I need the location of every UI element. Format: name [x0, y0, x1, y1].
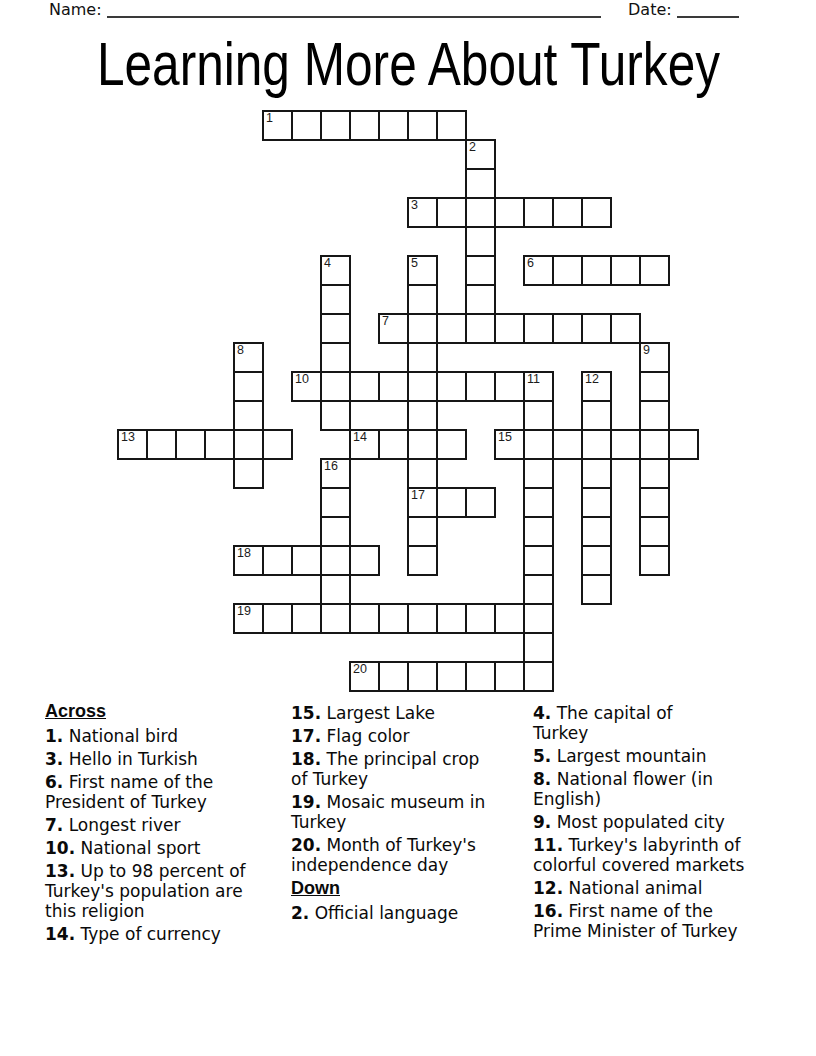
cell-r11c5[interactable]	[262, 429, 293, 460]
clue-number-5: 5	[411, 257, 418, 270]
clue-across-15: 15. Largest Lake	[291, 703, 489, 723]
cell-r11c17[interactable]	[610, 429, 641, 460]
cell-r10c16[interactable]	[581, 400, 612, 431]
cell-r8c18[interactable]: 9	[639, 342, 670, 373]
clue-number-3: 3	[411, 199, 418, 212]
cell-r17c8[interactable]	[349, 603, 380, 634]
cell-r15c5[interactable]	[262, 545, 293, 576]
clue-down-11: 11. Turkey's labyrinth ofcolorful covere…	[533, 835, 745, 875]
cell-r17c10[interactable]	[407, 603, 438, 634]
cell-r5c7[interactable]: 4	[320, 255, 351, 286]
cell-r0c6[interactable]	[291, 110, 322, 141]
cell-r11c13[interactable]: 15	[494, 429, 525, 460]
cell-r6c10[interactable]	[407, 284, 438, 315]
cell-r9c12[interactable]	[465, 371, 496, 402]
cell-r13c12[interactable]	[465, 487, 496, 518]
clue-number-11: 11	[527, 373, 540, 386]
cell-r0c5[interactable]: 1	[262, 110, 293, 141]
cell-r17c9[interactable]	[378, 603, 409, 634]
clue-number-19: 19	[237, 605, 251, 618]
across-heading: Across	[45, 701, 270, 722]
clues-column-3: 4. The capital ofTurkey5. Largest mounta…	[533, 703, 745, 944]
clue-number-14: 14	[353, 431, 367, 444]
cell-r18c14[interactable]	[523, 632, 554, 663]
cell-r17c14[interactable]	[523, 603, 554, 634]
cell-r0c9[interactable]	[378, 110, 409, 141]
cell-r17c7[interactable]	[320, 603, 351, 634]
cell-r13c10[interactable]: 17	[407, 487, 438, 518]
clue-down-12: 12. National animal	[533, 878, 745, 898]
cell-r12c7[interactable]: 16	[320, 458, 351, 489]
clue-across-17: 17. Flag color	[291, 726, 489, 746]
cell-r7c15[interactable]	[552, 313, 583, 344]
clue-down-9: 9. Most populated city	[533, 812, 745, 832]
cell-r15c16[interactable]	[581, 545, 612, 576]
cell-r11c0[interactable]: 13	[117, 429, 148, 460]
cell-r9c11[interactable]	[436, 371, 467, 402]
cell-r7c10[interactable]	[407, 313, 438, 344]
cell-r3c16[interactable]	[581, 197, 612, 228]
cell-r11c15[interactable]	[552, 429, 583, 460]
clue-across-19: 19. Mosaic museum inTurkey	[291, 792, 489, 832]
clue-number-4: 4	[324, 257, 331, 270]
cell-r11c10[interactable]	[407, 429, 438, 460]
cell-r8c4[interactable]: 8	[233, 342, 264, 373]
clue-across-20: 20. Month of Turkey'sindependence day	[291, 835, 489, 875]
clue-down-2: 2. Official language	[291, 903, 489, 923]
cell-r15c8[interactable]	[349, 545, 380, 576]
cell-r8c7[interactable]	[320, 342, 351, 373]
cell-r9c16[interactable]: 12	[581, 371, 612, 402]
cell-r11c9[interactable]	[378, 429, 409, 460]
cell-r9c8[interactable]	[349, 371, 380, 402]
clue-number-1: 1	[266, 112, 273, 125]
cell-r10c4[interactable]	[233, 400, 264, 431]
clue-number-2: 2	[469, 141, 476, 154]
cell-r8c10[interactable]	[407, 342, 438, 373]
cell-r17c11[interactable]	[436, 603, 467, 634]
cell-r7c9[interactable]: 7	[378, 313, 409, 344]
cell-r15c4[interactable]: 18	[233, 545, 264, 576]
clues-column-2: 15. Largest Lake17. Flag color18. The pr…	[291, 703, 489, 926]
cell-r19c11[interactable]	[436, 661, 467, 692]
clue-number-9: 9	[643, 344, 650, 357]
cell-r17c6[interactable]	[291, 603, 322, 634]
cell-r2c12[interactable]	[465, 168, 496, 199]
cell-r3c15[interactable]	[552, 197, 583, 228]
cell-r5c10[interactable]: 5	[407, 255, 438, 286]
cell-r14c14[interactable]	[523, 516, 554, 547]
clue-number-7: 7	[382, 315, 389, 328]
cell-r15c10[interactable]	[407, 545, 438, 576]
cell-r10c10[interactable]	[407, 400, 438, 431]
cell-r19c12[interactable]	[465, 661, 496, 692]
cell-r3c12[interactable]	[465, 197, 496, 228]
cell-r5c14[interactable]: 6	[523, 255, 554, 286]
cell-r19c8[interactable]: 20	[349, 661, 380, 692]
cell-r12c14[interactable]	[523, 458, 554, 489]
clue-across-1: 1. National bird	[45, 726, 270, 746]
cell-r9c10[interactable]	[407, 371, 438, 402]
cell-r11c4[interactable]	[233, 429, 264, 460]
cell-r19c13[interactable]	[494, 661, 525, 692]
cell-r9c9[interactable]	[378, 371, 409, 402]
cell-r13c18[interactable]	[639, 487, 670, 518]
cell-r7c17[interactable]	[610, 313, 641, 344]
cell-r14c10[interactable]	[407, 516, 438, 547]
clue-down-16: 16. First name of thePrime Minister of T…	[533, 901, 745, 941]
cell-r11c2[interactable]	[175, 429, 206, 460]
cell-r15c18[interactable]	[639, 545, 670, 576]
cell-r1c12[interactable]: 2	[465, 139, 496, 170]
cell-r11c11[interactable]	[436, 429, 467, 460]
cell-r11c3[interactable]	[204, 429, 235, 460]
clue-number-20: 20	[353, 663, 367, 676]
cell-r7c14[interactable]	[523, 313, 554, 344]
cell-r5c18[interactable]	[639, 255, 670, 286]
cell-r13c7[interactable]	[320, 487, 351, 518]
clue-number-18: 18	[237, 547, 251, 560]
cell-r9c7[interactable]	[320, 371, 351, 402]
clue-number-8: 8	[237, 344, 244, 357]
clue-across-14: 14. Type of currency	[45, 924, 270, 944]
cell-r17c12[interactable]	[465, 603, 496, 634]
cell-r7c16[interactable]	[581, 313, 612, 344]
cell-r17c4[interactable]: 19	[233, 603, 264, 634]
cell-r0c8[interactable]	[349, 110, 380, 141]
cell-r10c14[interactable]	[523, 400, 554, 431]
cell-r11c16[interactable]	[581, 429, 612, 460]
cell-r6c7[interactable]	[320, 284, 351, 315]
cell-r9c18[interactable]	[639, 371, 670, 402]
cell-r11c19[interactable]	[668, 429, 699, 460]
cell-r3c13[interactable]	[494, 197, 525, 228]
cell-r14c7[interactable]	[320, 516, 351, 547]
clue-number-12: 12	[585, 373, 599, 386]
cell-r7c7[interactable]	[320, 313, 351, 344]
clue-number-16: 16	[324, 460, 338, 473]
clue-across-6: 6. First name of thePresident of Turkey	[45, 772, 270, 812]
cell-r5c16[interactable]	[581, 255, 612, 286]
cell-r9c13[interactable]	[494, 371, 525, 402]
clue-down-8: 8. National flower (inEnglish)	[533, 769, 745, 809]
cell-r13c14[interactable]	[523, 487, 554, 518]
down-heading: Down	[291, 878, 489, 899]
clue-across-10: 10. National sport	[45, 838, 270, 858]
cell-r12c10[interactable]	[407, 458, 438, 489]
clue-number-15: 15	[498, 431, 512, 444]
cell-r19c9[interactable]	[378, 661, 409, 692]
cell-r12c16[interactable]	[581, 458, 612, 489]
clue-across-18: 18. The principal cropof Turkey	[291, 749, 489, 789]
cell-r12c18[interactable]	[639, 458, 670, 489]
clue-down-4: 4. The capital ofTurkey	[533, 703, 745, 743]
clues-column-1: Across1. National bird3. Hello in Turkis…	[45, 701, 270, 947]
cell-r9c14[interactable]: 11	[523, 371, 554, 402]
cell-r5c17[interactable]	[610, 255, 641, 286]
cell-r11c8[interactable]: 14	[349, 429, 380, 460]
crossword-worksheet: Name: Date: Learning More About Turkey 1…	[0, 0, 816, 1056]
cell-r3c14[interactable]	[523, 197, 554, 228]
cell-r13c16[interactable]	[581, 487, 612, 518]
cell-r12c4[interactable]	[233, 458, 264, 489]
cell-r17c13[interactable]	[494, 603, 525, 634]
cell-r10c18[interactable]	[639, 400, 670, 431]
clue-number-6: 6	[527, 257, 534, 270]
cell-r5c15[interactable]	[552, 255, 583, 286]
cell-r15c14[interactable]	[523, 545, 554, 576]
cell-r16c14[interactable]	[523, 574, 554, 605]
cell-r10c7[interactable]	[320, 400, 351, 431]
cell-r3c10[interactable]: 3	[407, 197, 438, 228]
clue-across-13: 13. Up to 98 percent ofTurkey's populati…	[45, 861, 270, 921]
cell-r14c18[interactable]	[639, 516, 670, 547]
cell-r9c4[interactable]	[233, 371, 264, 402]
cell-r0c7[interactable]	[320, 110, 351, 141]
clue-number-10: 10	[295, 373, 309, 386]
cell-r7c13[interactable]	[494, 313, 525, 344]
cell-r16c7[interactable]	[320, 574, 351, 605]
cell-r14c16[interactable]	[581, 516, 612, 547]
cell-r13c11[interactable]	[436, 487, 467, 518]
crossword-board: 1234567891011121314151617181920	[0, 0, 816, 700]
clue-number-17: 17	[411, 489, 425, 502]
cell-r16c16[interactable]	[581, 574, 612, 605]
cell-r0c11[interactable]	[436, 110, 467, 141]
cell-r0c10[interactable]	[407, 110, 438, 141]
clue-down-5: 5. Largest mountain	[533, 746, 745, 766]
cell-r5c12[interactable]	[465, 255, 496, 286]
cell-r4c12[interactable]	[465, 226, 496, 257]
cell-r7c11[interactable]	[436, 313, 467, 344]
cell-r11c18[interactable]	[639, 429, 670, 460]
cell-r11c1[interactable]	[146, 429, 177, 460]
cell-r17c5[interactable]	[262, 603, 293, 634]
cell-r15c6[interactable]	[291, 545, 322, 576]
cell-r6c12[interactable]	[465, 284, 496, 315]
cell-r3c11[interactable]	[436, 197, 467, 228]
cell-r19c10[interactable]	[407, 661, 438, 692]
clue-number-13: 13	[121, 431, 135, 444]
cell-r19c14[interactable]	[523, 661, 554, 692]
clue-across-3: 3. Hello in Turkish	[45, 749, 270, 769]
clue-across-7: 7. Longest river	[45, 815, 270, 835]
cell-r11c14[interactable]	[523, 429, 554, 460]
cell-r7c12[interactable]	[465, 313, 496, 344]
cell-r15c7[interactable]	[320, 545, 351, 576]
cell-r9c6[interactable]: 10	[291, 371, 322, 402]
